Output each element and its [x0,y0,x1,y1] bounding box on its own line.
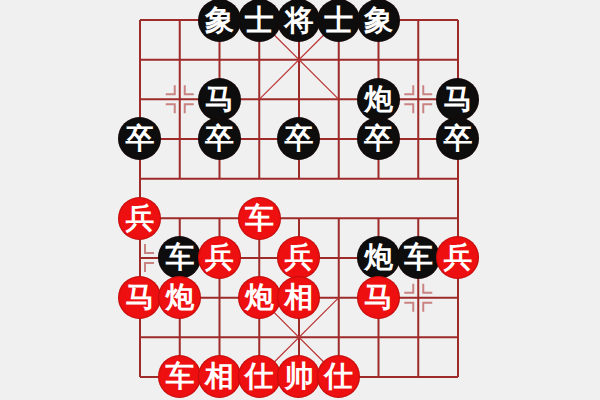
board-point-g8[interactable]: 炮 [359,80,399,120]
board-point-i7[interactable]: 卒 [438,119,478,159]
board-point-b3[interactable]: 炮 [160,278,200,318]
board-point-e6[interactable] [279,159,319,199]
board-point-h10[interactable] [398,0,438,40]
piece-black-horse[interactable]: 马 [436,78,479,121]
board-point-e2[interactable] [279,317,319,357]
board-point-g10[interactable]: 象 [359,0,399,40]
board-point-b9[interactable] [160,40,200,80]
board-point-h2[interactable] [398,317,438,357]
piece-red-king[interactable]: 帅 [277,355,320,398]
board-point-f9[interactable] [319,40,359,80]
board-point-h1[interactable] [398,357,438,397]
board-point-e4[interactable]: 兵 [279,238,319,278]
board-point-g6[interactable] [359,159,399,199]
board-point-g5[interactable] [359,198,399,238]
piece-black-soldier[interactable]: 卒 [118,117,161,160]
board-point-g3[interactable]: 马 [359,278,399,318]
board-point-e1[interactable]: 帅 [279,357,319,397]
board-point-i1[interactable] [438,357,478,397]
board-point-a5[interactable]: 兵 [120,198,160,238]
board-point-c4[interactable]: 兵 [200,238,240,278]
board-point-a3[interactable]: 马 [120,278,160,318]
board-point-a8[interactable] [120,80,160,120]
board-point-h9[interactable] [398,40,438,80]
board-point-f10[interactable]: 士 [319,0,359,40]
board-point-a6[interactable] [120,159,160,199]
board-point-f2[interactable] [319,317,359,357]
board-point-d10[interactable]: 士 [239,0,279,40]
board-point-f1[interactable]: 仕 [319,357,359,397]
board-point-a9[interactable] [120,40,160,80]
board-point-b2[interactable] [160,317,200,357]
board-point-a4[interactable] [120,238,160,278]
board-point-c3[interactable] [200,278,240,318]
board-point-g1[interactable] [359,357,399,397]
board-point-e5[interactable] [279,198,319,238]
board-point-g2[interactable] [359,317,399,357]
board-point-e8[interactable] [279,80,319,120]
piece-black-elephant[interactable]: 象 [357,0,400,42]
piece-red-elephant[interactable]: 相 [277,276,320,319]
board-point-c10[interactable]: 象 [200,0,240,40]
piece-black-soldier[interactable]: 卒 [277,117,320,160]
piece-black-horse[interactable]: 马 [198,78,241,121]
piece-red-soldier[interactable]: 兵 [277,236,320,279]
board-point-d5[interactable]: 车 [239,198,279,238]
board-point-g4[interactable]: 炮 [359,238,399,278]
piece-red-elephant[interactable]: 相 [198,355,241,398]
board-point-d6[interactable] [239,159,279,199]
board-point-d8[interactable] [239,80,279,120]
board-point-f3[interactable] [319,278,359,318]
board-point-h7[interactable] [398,119,438,159]
piece-black-cannon[interactable]: 炮 [357,236,400,279]
board-point-b6[interactable] [160,159,200,199]
board-point-d9[interactable] [239,40,279,80]
board-point-c9[interactable] [200,40,240,80]
board-point-e7[interactable]: 卒 [279,119,319,159]
board-point-i8[interactable]: 马 [438,80,478,120]
piece-black-soldier[interactable]: 卒 [198,117,241,160]
board-point-h4[interactable]: 车 [398,238,438,278]
piece-black-chariot[interactable]: 车 [158,236,201,279]
board-point-c7[interactable]: 卒 [200,119,240,159]
board-point-g7[interactable]: 卒 [359,119,399,159]
board-point-b10[interactable] [160,0,200,40]
piece-black-chariot[interactable]: 车 [397,236,440,279]
piece-red-horse[interactable]: 马 [118,276,161,319]
piece-red-advisor[interactable]: 仕 [238,355,281,398]
board-point-e9[interactable] [279,40,319,80]
board-point-f8[interactable] [319,80,359,120]
board-point-b4[interactable]: 车 [160,238,200,278]
board-point-i2[interactable] [438,317,478,357]
board-point-c6[interactable] [200,159,240,199]
piece-red-horse[interactable]: 马 [357,276,400,319]
board-point-c5[interactable] [200,198,240,238]
piece-black-advisor[interactable]: 士 [238,0,281,42]
board-point-i5[interactable] [438,198,478,238]
piece-red-cannon[interactable]: 炮 [158,276,201,319]
board-point-d3[interactable]: 炮 [239,278,279,318]
piece-red-chariot[interactable]: 车 [158,355,201,398]
board-point-a1[interactable] [120,357,160,397]
board-point-b5[interactable] [160,198,200,238]
board-point-h6[interactable] [398,159,438,199]
board-point-h5[interactable] [398,198,438,238]
board-point-b7[interactable] [160,119,200,159]
board-point-i9[interactable] [438,40,478,80]
board-point-c1[interactable]: 相 [200,357,240,397]
board-point-h8[interactable] [398,80,438,120]
piece-red-soldier[interactable]: 兵 [436,236,479,279]
board-point-g9[interactable] [359,40,399,80]
piece-black-cannon[interactable]: 炮 [357,78,400,121]
piece-red-soldier[interactable]: 兵 [118,197,161,240]
board-point-b8[interactable] [160,80,200,120]
board-point-h3[interactable] [398,278,438,318]
piece-black-elephant[interactable]: 象 [198,0,241,42]
xiangqi-board-screenshot: 象士将士象马炮马卒卒卒卒卒兵车车兵兵炮车兵马炮炮相马车相仕帅仕 [0,0,600,400]
piece-black-soldier[interactable]: 卒 [436,117,479,160]
board-point-a2[interactable] [120,317,160,357]
board-point-i10[interactable] [438,0,478,40]
board-point-e10[interactable]: 将 [279,0,319,40]
board-point-d4[interactable] [239,238,279,278]
board-point-f6[interactable] [319,159,359,199]
piece-red-chariot[interactable]: 车 [238,197,281,240]
board-point-a10[interactable] [120,0,160,40]
board-point-d7[interactable] [239,119,279,159]
board-point-a7[interactable]: 卒 [120,119,160,159]
piece-red-advisor[interactable]: 仕 [317,355,360,398]
board-point-d2[interactable] [239,317,279,357]
piece-red-soldier[interactable]: 兵 [198,236,241,279]
board-point-c8[interactable]: 马 [200,80,240,120]
board-point-c2[interactable] [200,317,240,357]
piece-black-general[interactable]: 将 [277,0,320,42]
board-point-b1[interactable]: 车 [160,357,200,397]
board-point-f4[interactable] [319,238,359,278]
piece-black-advisor[interactable]: 士 [317,0,360,42]
board-point-i6[interactable] [438,159,478,199]
board-point-d1[interactable]: 仕 [239,357,279,397]
board-point-i3[interactable] [438,278,478,318]
board-point-f7[interactable] [319,119,359,159]
board-point-i4[interactable]: 兵 [438,238,478,278]
board-point-f5[interactable] [319,198,359,238]
board-point-e3[interactable]: 相 [279,278,319,318]
piece-black-soldier[interactable]: 卒 [357,117,400,160]
xiangqi-board: 象士将士象马炮马卒卒卒卒卒兵车车兵兵炮车兵马炮炮相马车相仕帅仕 [120,0,478,397]
piece-red-cannon[interactable]: 炮 [238,276,281,319]
